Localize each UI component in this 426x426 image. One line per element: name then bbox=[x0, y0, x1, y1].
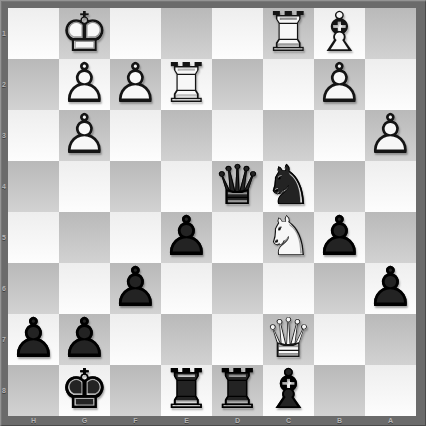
square-f4[interactable] bbox=[110, 161, 161, 212]
square-a4[interactable] bbox=[365, 161, 416, 212]
square-d2[interactable] bbox=[212, 59, 263, 110]
white-bishop: ♝♗ bbox=[314, 8, 365, 59]
file-label-a: A bbox=[365, 415, 416, 426]
rank-label-5: 5 bbox=[0, 212, 8, 263]
square-a3[interactable]: ♟♙ bbox=[365, 110, 416, 161]
square-b2[interactable]: ♟♙ bbox=[314, 59, 365, 110]
file-label-b: B bbox=[314, 415, 365, 426]
square-e5[interactable]: ♟♙ bbox=[161, 212, 212, 263]
square-d1[interactable] bbox=[212, 8, 263, 59]
square-h6[interactable] bbox=[8, 263, 59, 314]
rank-label-6: 6 bbox=[0, 263, 8, 314]
white-rook: ♜♖ bbox=[161, 59, 212, 110]
square-e2[interactable]: ♜♖ bbox=[161, 59, 212, 110]
square-g8[interactable]: ♚♔ bbox=[59, 365, 110, 416]
rank-label-3: 3 bbox=[0, 110, 8, 161]
white-pawn: ♟♙ bbox=[365, 110, 416, 161]
square-g4[interactable] bbox=[59, 161, 110, 212]
square-g5[interactable] bbox=[59, 212, 110, 263]
square-h7[interactable]: ♟♙ bbox=[8, 314, 59, 365]
square-e1[interactable] bbox=[161, 8, 212, 59]
square-d3[interactable] bbox=[212, 110, 263, 161]
square-b7[interactable] bbox=[314, 314, 365, 365]
square-d7[interactable] bbox=[212, 314, 263, 365]
square-b8[interactable] bbox=[314, 365, 365, 416]
square-e4[interactable] bbox=[161, 161, 212, 212]
black-rook: ♜♖ bbox=[212, 365, 263, 416]
square-d6[interactable] bbox=[212, 263, 263, 314]
file-label-d: D bbox=[212, 415, 263, 426]
square-h2[interactable] bbox=[8, 59, 59, 110]
black-rook: ♜♖ bbox=[161, 365, 212, 416]
black-queen: ♛♕ bbox=[212, 161, 263, 212]
black-pawn: ♟♙ bbox=[314, 212, 365, 263]
rank-label-8: 8 bbox=[0, 365, 8, 416]
square-g3[interactable]: ♟♙ bbox=[59, 110, 110, 161]
chess-board-frame: ♚♔♜♖♝♗♟♙♟♙♜♖♟♙♟♙♟♙♛♕♞♘♟♙♞♘♟♙♟♙♟♙♟♙♟♙♛♕♚♔… bbox=[0, 0, 426, 426]
white-rook: ♜♖ bbox=[263, 8, 314, 59]
square-c6[interactable] bbox=[263, 263, 314, 314]
square-e3[interactable] bbox=[161, 110, 212, 161]
white-pawn: ♟♙ bbox=[59, 110, 110, 161]
square-e6[interactable] bbox=[161, 263, 212, 314]
file-label-f: F bbox=[110, 415, 161, 426]
rank-label-7: 7 bbox=[0, 314, 8, 365]
square-b3[interactable] bbox=[314, 110, 365, 161]
white-pawn: ♟♙ bbox=[314, 59, 365, 110]
square-c4[interactable]: ♞♘ bbox=[263, 161, 314, 212]
square-f8[interactable] bbox=[110, 365, 161, 416]
square-c3[interactable] bbox=[263, 110, 314, 161]
black-pawn: ♟♙ bbox=[365, 263, 416, 314]
white-queen: ♛♕ bbox=[263, 314, 314, 365]
square-h8[interactable] bbox=[8, 365, 59, 416]
square-g1[interactable]: ♚♔ bbox=[59, 8, 110, 59]
rank-label-2: 2 bbox=[0, 59, 8, 110]
square-c7[interactable]: ♛♕ bbox=[263, 314, 314, 365]
black-pawn: ♟♙ bbox=[110, 263, 161, 314]
rank-label-4: 4 bbox=[0, 161, 8, 212]
black-pawn: ♟♙ bbox=[8, 314, 59, 365]
rank-labels: 12345678 bbox=[0, 8, 8, 416]
square-c5[interactable]: ♞♘ bbox=[263, 212, 314, 263]
black-pawn: ♟♙ bbox=[161, 212, 212, 263]
file-label-e: E bbox=[161, 415, 212, 426]
square-c2[interactable] bbox=[263, 59, 314, 110]
square-c8[interactable]: ♝♗ bbox=[263, 365, 314, 416]
white-pawn: ♟♙ bbox=[59, 59, 110, 110]
white-pawn: ♟♙ bbox=[110, 59, 161, 110]
square-a8[interactable] bbox=[365, 365, 416, 416]
square-e7[interactable] bbox=[161, 314, 212, 365]
square-d4[interactable]: ♛♕ bbox=[212, 161, 263, 212]
black-king: ♚♔ bbox=[59, 365, 110, 416]
white-king: ♚♔ bbox=[59, 8, 110, 59]
file-labels: HGFEDCBA bbox=[8, 415, 416, 426]
square-f2[interactable]: ♟♙ bbox=[110, 59, 161, 110]
black-knight: ♞♘ bbox=[263, 161, 314, 212]
square-f1[interactable] bbox=[110, 8, 161, 59]
square-f6[interactable]: ♟♙ bbox=[110, 263, 161, 314]
black-bishop: ♝♗ bbox=[263, 365, 314, 416]
file-label-c: C bbox=[263, 415, 314, 426]
black-pawn: ♟♙ bbox=[59, 314, 110, 365]
square-a5[interactable] bbox=[365, 212, 416, 263]
square-a6[interactable]: ♟♙ bbox=[365, 263, 416, 314]
square-b6[interactable] bbox=[314, 263, 365, 314]
square-d8[interactable]: ♜♖ bbox=[212, 365, 263, 416]
square-b1[interactable]: ♝♗ bbox=[314, 8, 365, 59]
square-f7[interactable] bbox=[110, 314, 161, 365]
rank-label-1: 1 bbox=[0, 8, 8, 59]
square-a2[interactable] bbox=[365, 59, 416, 110]
white-knight: ♞♘ bbox=[263, 212, 314, 263]
square-e8[interactable]: ♜♖ bbox=[161, 365, 212, 416]
square-f5[interactable] bbox=[110, 212, 161, 263]
file-label-g: G bbox=[59, 415, 110, 426]
square-h1[interactable] bbox=[8, 8, 59, 59]
square-f3[interactable] bbox=[110, 110, 161, 161]
square-g7[interactable]: ♟♙ bbox=[59, 314, 110, 365]
square-h5[interactable] bbox=[8, 212, 59, 263]
square-g6[interactable] bbox=[59, 263, 110, 314]
square-b4[interactable] bbox=[314, 161, 365, 212]
file-label-h: H bbox=[8, 415, 59, 426]
square-d5[interactable] bbox=[212, 212, 263, 263]
square-a1[interactable] bbox=[365, 8, 416, 59]
square-a7[interactable] bbox=[365, 314, 416, 365]
square-h3[interactable] bbox=[8, 110, 59, 161]
square-g2[interactable]: ♟♙ bbox=[59, 59, 110, 110]
square-b5[interactable]: ♟♙ bbox=[314, 212, 365, 263]
chess-board: ♚♔♜♖♝♗♟♙♟♙♜♖♟♙♟♙♟♙♛♕♞♘♟♙♞♘♟♙♟♙♟♙♟♙♟♙♛♕♚♔… bbox=[8, 8, 416, 416]
square-c1[interactable]: ♜♖ bbox=[263, 8, 314, 59]
square-h4[interactable] bbox=[8, 161, 59, 212]
